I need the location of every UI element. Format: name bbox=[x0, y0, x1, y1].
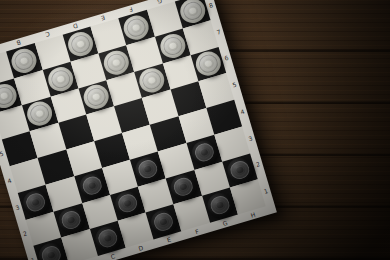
piece-concentric-ring bbox=[105, 51, 128, 74]
piece-black-man[interactable] bbox=[148, 207, 179, 237]
piece-concentric-ring bbox=[192, 141, 215, 164]
piece-concentric-ring bbox=[208, 194, 231, 217]
piece-black-man[interactable] bbox=[204, 190, 235, 220]
piece-concentric-ring bbox=[69, 33, 92, 56]
piece-concentric-ring bbox=[49, 68, 72, 91]
piece-concentric-ring bbox=[172, 176, 195, 199]
piece-concentric-ring bbox=[228, 159, 251, 182]
piece-concentric-ring bbox=[125, 16, 148, 39]
piece-concentric-ring bbox=[152, 211, 175, 234]
piece-concentric-ring bbox=[141, 69, 164, 92]
piece-concentric-ring bbox=[84, 86, 107, 109]
piece-concentric-ring bbox=[96, 227, 119, 250]
piece-concentric-ring bbox=[161, 34, 184, 57]
piece-concentric-ring bbox=[60, 209, 83, 232]
piece-concentric-ring bbox=[197, 53, 220, 76]
piece-concentric-ring bbox=[28, 103, 51, 126]
piece-concentric-ring bbox=[80, 174, 103, 197]
photo-scene: ABCDEFGH ABCDEFGH 87654321 87654321 bbox=[0, 0, 390, 260]
piece-concentric-ring bbox=[136, 157, 159, 180]
piece-concentric-ring bbox=[116, 192, 139, 215]
piece-concentric-ring bbox=[0, 84, 16, 107]
piece-concentric-ring bbox=[40, 244, 63, 260]
piece-concentric-ring bbox=[181, 0, 204, 22]
piece-concentric-ring bbox=[24, 191, 47, 214]
piece-black-man[interactable] bbox=[92, 224, 123, 254]
piece-concentric-ring bbox=[13, 49, 36, 72]
